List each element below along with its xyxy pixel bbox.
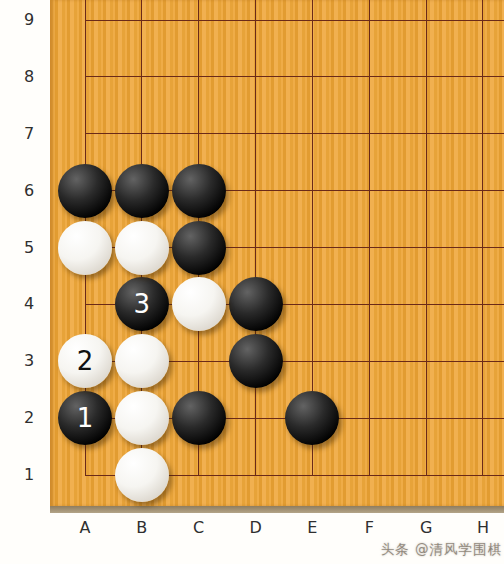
column-label-F: F xyxy=(365,520,374,536)
grid-line-vertical-D xyxy=(255,0,256,475)
stone-black-D3 xyxy=(229,334,283,388)
stone-white-B2 xyxy=(115,391,169,445)
stone-white-A3: 2 xyxy=(58,334,112,388)
grid-line-vertical-F xyxy=(369,0,370,475)
grid-line-horizontal-7 xyxy=(85,133,504,134)
column-label-D: D xyxy=(249,520,261,536)
stone-white-A5 xyxy=(58,221,112,275)
go-diagram-screenshot: 312 987654321 ABCDEFGH 头条 @清风学围棋 xyxy=(0,0,504,564)
stone-white-C4 xyxy=(172,277,226,331)
grid-line-horizontal-9 xyxy=(85,20,504,21)
stone-black-C6 xyxy=(172,164,226,218)
row-label-5: 5 xyxy=(24,240,34,256)
stone-white-B5 xyxy=(115,221,169,275)
stone-white-B3 xyxy=(115,334,169,388)
row-label-2: 2 xyxy=(24,410,34,426)
move-number-label: 1 xyxy=(77,405,94,431)
row-label-3: 3 xyxy=(24,353,34,369)
column-label-H: H xyxy=(477,520,489,536)
stone-black-B4: 3 xyxy=(115,277,169,331)
row-label-7: 7 xyxy=(24,126,34,142)
column-label-A: A xyxy=(80,520,91,536)
stone-black-B6 xyxy=(115,164,169,218)
board-bottom-edge xyxy=(50,506,504,513)
row-label-1: 1 xyxy=(24,467,34,483)
row-label-9: 9 xyxy=(24,12,34,28)
row-label-8: 8 xyxy=(24,69,34,85)
watermark-text: 头条 @清风学围棋 xyxy=(381,541,502,559)
move-number-label: 2 xyxy=(77,348,94,374)
move-number-label: 3 xyxy=(134,291,151,317)
column-label-C: C xyxy=(193,520,204,536)
stone-black-A2: 1 xyxy=(58,391,112,445)
column-label-G: G xyxy=(420,520,432,536)
column-label-E: E xyxy=(307,520,317,536)
stone-black-D4 xyxy=(229,277,283,331)
grid-line-vertical-H xyxy=(482,0,483,475)
stone-black-A6 xyxy=(58,164,112,218)
grid-line-vertical-G xyxy=(426,0,427,475)
column-label-B: B xyxy=(136,520,147,536)
stone-black-C2 xyxy=(172,391,226,445)
grid-line-horizontal-8 xyxy=(85,76,504,77)
stone-black-C5 xyxy=(172,221,226,275)
row-label-4: 4 xyxy=(24,296,34,312)
stone-white-B1 xyxy=(115,448,169,502)
row-label-6: 6 xyxy=(24,183,34,199)
